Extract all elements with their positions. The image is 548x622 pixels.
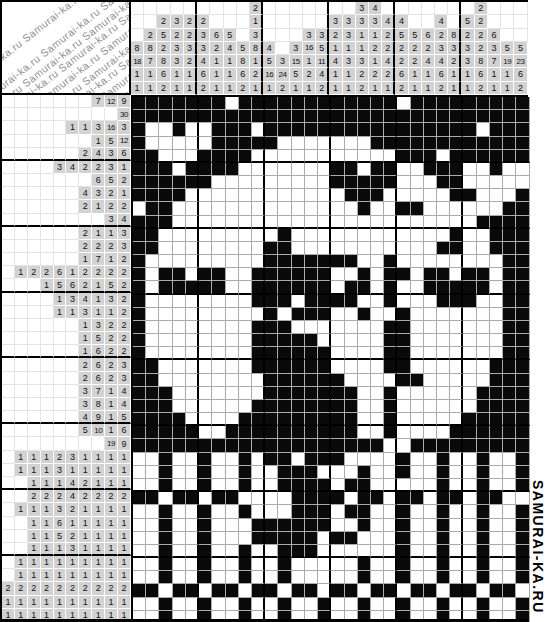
grid-cell-empty[interactable] [331, 308, 344, 321]
grid-cell-empty[interactable] [397, 97, 410, 110]
grid-cell-filled[interactable] [516, 439, 529, 452]
grid-cell-empty[interactable] [226, 413, 239, 426]
grid-cell-empty[interactable] [503, 189, 516, 202]
grid-cell-empty[interactable] [305, 176, 318, 189]
grid-cell-filled[interactable] [146, 374, 159, 387]
grid-cell-filled[interactable] [358, 519, 371, 532]
grid-cell-filled[interactable] [133, 97, 146, 110]
grid-cell-empty[interactable] [186, 453, 199, 466]
grid-cell-empty[interactable] [345, 202, 358, 215]
grid-cell-filled[interactable] [212, 281, 225, 294]
grid-cell-empty[interactable] [384, 374, 397, 387]
grid-cell-filled[interactable] [265, 295, 278, 308]
grid-cell-filled[interactable] [173, 413, 186, 426]
grid-cell-empty[interactable] [239, 308, 252, 321]
grid-cell-filled[interactable] [503, 281, 516, 294]
grid-cell-filled[interactable] [133, 374, 146, 387]
grid-cell-filled[interactable] [397, 110, 410, 123]
grid-cell-empty[interactable] [397, 295, 410, 308]
grid-cell-filled[interactable] [463, 189, 476, 202]
grid-cell-empty[interactable] [146, 334, 159, 347]
grid-cell-filled[interactable] [411, 150, 424, 163]
grid-cell-filled[interactable] [424, 163, 437, 176]
grid-cell-filled[interactable] [252, 519, 265, 532]
grid-cell-filled[interactable] [278, 479, 291, 492]
grid-cell-empty[interactable] [450, 216, 463, 229]
grid-cell-empty[interactable] [424, 387, 437, 400]
grid-cell-filled[interactable] [503, 387, 516, 400]
grid-cell-filled[interactable] [384, 255, 397, 268]
grid-cell-filled[interactable] [437, 123, 450, 136]
grid-cell-empty[interactable] [199, 360, 212, 373]
grid-cell-filled[interactable] [516, 255, 529, 268]
grid-cell-empty[interactable] [463, 163, 476, 176]
grid-cell-empty[interactable] [463, 479, 476, 492]
grid-cell-empty[interactable] [411, 466, 424, 479]
grid-cell-empty[interactable] [173, 150, 186, 163]
grid-cell-empty[interactable] [437, 387, 450, 400]
grid-cell-filled[interactable] [331, 374, 344, 387]
grid-cell-empty[interactable] [477, 347, 490, 360]
grid-cell-filled[interactable] [133, 150, 146, 163]
grid-cell-empty[interactable] [384, 479, 397, 492]
grid-cell-empty[interactable] [424, 545, 437, 558]
grid-cell-empty[interactable] [146, 295, 159, 308]
grid-cell-filled[interactable] [424, 110, 437, 123]
grid-cell-filled[interactable] [437, 176, 450, 189]
grid-cell-filled[interactable] [331, 426, 344, 439]
grid-cell-filled[interactable] [159, 216, 172, 229]
grid-cell-empty[interactable] [159, 360, 172, 373]
grid-cell-filled[interactable] [226, 426, 239, 439]
grid-cell-empty[interactable] [371, 479, 384, 492]
grid-cell-filled[interactable] [463, 295, 476, 308]
grid-cell-empty[interactable] [305, 137, 318, 150]
grid-cell-filled[interactable] [477, 268, 490, 281]
grid-cell-filled[interactable] [516, 413, 529, 426]
grid-cell-filled[interactable] [437, 466, 450, 479]
grid-cell-filled[interactable] [292, 308, 305, 321]
grid-cell-empty[interactable] [159, 334, 172, 347]
grid-cell-empty[interactable] [146, 281, 159, 294]
grid-cell-empty[interactable] [186, 295, 199, 308]
grid-cell-filled[interactable] [199, 150, 212, 163]
grid-cell-empty[interactable] [265, 202, 278, 215]
grid-cell-filled[interactable] [278, 598, 291, 611]
grid-cell-empty[interactable] [437, 413, 450, 426]
grid-cell-filled[interactable] [397, 347, 410, 360]
grid-cell-filled[interactable] [516, 571, 529, 584]
grid-cell-empty[interactable] [226, 479, 239, 492]
grid-cell-filled[interactable] [239, 110, 252, 123]
grid-cell-filled[interactable] [358, 123, 371, 136]
grid-cell-empty[interactable] [239, 163, 252, 176]
grid-cell-empty[interactable] [490, 466, 503, 479]
grid-cell-empty[interactable] [411, 295, 424, 308]
grid-cell-empty[interactable] [186, 242, 199, 255]
grid-cell-empty[interactable] [212, 598, 225, 611]
grid-cell-filled[interactable] [199, 268, 212, 281]
grid-cell-filled[interactable] [133, 295, 146, 308]
grid-cell-empty[interactable] [477, 374, 490, 387]
grid-cell-filled[interactable] [265, 532, 278, 545]
grid-cell-filled[interactable] [159, 439, 172, 452]
grid-cell-filled[interactable] [199, 558, 212, 571]
grid-cell-empty[interactable] [146, 479, 159, 492]
grid-cell-filled[interactable] [318, 295, 331, 308]
grid-cell-empty[interactable] [371, 558, 384, 571]
grid-cell-filled[interactable] [516, 347, 529, 360]
grid-cell-filled[interactable] [252, 321, 265, 334]
grid-cell-filled[interactable] [159, 545, 172, 558]
grid-cell-filled[interactable] [384, 360, 397, 373]
grid-cell-filled[interactable] [463, 413, 476, 426]
grid-cell-filled[interactable] [278, 268, 291, 281]
grid-cell-filled[interactable] [159, 189, 172, 202]
grid-cell-filled[interactable] [490, 387, 503, 400]
grid-cell-empty[interactable] [450, 532, 463, 545]
grid-cell-empty[interactable] [305, 202, 318, 215]
grid-cell-filled[interactable] [292, 268, 305, 281]
grid-cell-filled[interactable] [503, 347, 516, 360]
grid-cell-empty[interactable] [463, 229, 476, 242]
grid-cell-empty[interactable] [411, 426, 424, 439]
grid-cell-empty[interactable] [212, 413, 225, 426]
grid-cell-empty[interactable] [358, 360, 371, 373]
grid-cell-empty[interactable] [292, 295, 305, 308]
grid-cell-empty[interactable] [424, 347, 437, 360]
grid-cell-empty[interactable] [397, 242, 410, 255]
grid-cell-filled[interactable] [305, 532, 318, 545]
grid-cell-filled[interactable] [133, 334, 146, 347]
grid-cell-empty[interactable] [358, 532, 371, 545]
grid-cell-empty[interactable] [199, 308, 212, 321]
grid-cell-empty[interactable] [239, 334, 252, 347]
grid-cell-filled[interactable] [239, 505, 252, 518]
grid-cell-empty[interactable] [173, 334, 186, 347]
grid-cell-empty[interactable] [463, 571, 476, 584]
grid-cell-empty[interactable] [186, 360, 199, 373]
grid-cell-empty[interactable] [146, 308, 159, 321]
grid-cell-empty[interactable] [477, 295, 490, 308]
grid-cell-filled[interactable] [424, 123, 437, 136]
grid-cell-filled[interactable] [186, 97, 199, 110]
grid-cell-empty[interactable] [252, 387, 265, 400]
grid-cell-empty[interactable] [331, 281, 344, 294]
grid-cell-empty[interactable] [265, 545, 278, 558]
grid-cell-empty[interactable] [252, 479, 265, 492]
grid-cell-empty[interactable] [226, 242, 239, 255]
grid-cell-empty[interactable] [265, 558, 278, 571]
grid-cell-empty[interactable] [424, 558, 437, 571]
grid-cell-filled[interactable] [397, 571, 410, 584]
grid-cell-filled[interactable] [503, 400, 516, 413]
grid-cell-filled[interactable] [265, 584, 278, 597]
grid-cell-empty[interactable] [186, 137, 199, 150]
grid-cell-filled[interactable] [278, 360, 291, 373]
grid-cell-empty[interactable] [358, 347, 371, 360]
grid-cell-empty[interactable] [371, 400, 384, 413]
grid-cell-filled[interactable] [318, 123, 331, 136]
grid-cell-empty[interactable] [371, 426, 384, 439]
grid-cell-filled[interactable] [503, 137, 516, 150]
grid-cell-empty[interactable] [252, 176, 265, 189]
grid-cell-filled[interactable] [358, 505, 371, 518]
grid-cell-empty[interactable] [212, 202, 225, 215]
grid-cell-filled[interactable] [516, 137, 529, 150]
grid-cell-empty[interactable] [397, 255, 410, 268]
grid-cell-filled[interactable] [331, 176, 344, 189]
grid-cell-filled[interactable] [490, 584, 503, 597]
grid-cell-filled[interactable] [226, 584, 239, 597]
grid-cell-empty[interactable] [450, 598, 463, 611]
grid-cell-filled[interactable] [450, 295, 463, 308]
grid-cell-filled[interactable] [212, 268, 225, 281]
grid-cell-empty[interactable] [146, 505, 159, 518]
grid-cell-empty[interactable] [226, 558, 239, 571]
grid-cell-filled[interactable] [503, 150, 516, 163]
grid-cell-filled[interactable] [239, 466, 252, 479]
grid-cell-filled[interactable] [437, 479, 450, 492]
grid-cell-filled[interactable] [318, 439, 331, 452]
grid-cell-filled[interactable] [265, 400, 278, 413]
grid-cell-filled[interactable] [305, 255, 318, 268]
grid-cell-empty[interactable] [331, 189, 344, 202]
grid-cell-filled[interactable] [318, 347, 331, 360]
grid-cell-filled[interactable] [331, 532, 344, 545]
grid-cell-empty[interactable] [411, 268, 424, 281]
grid-cell-empty[interactable] [186, 532, 199, 545]
grid-cell-filled[interactable] [199, 532, 212, 545]
grid-cell-empty[interactable] [331, 519, 344, 532]
grid-cell-filled[interactable] [318, 519, 331, 532]
grid-cell-empty[interactable] [516, 163, 529, 176]
grid-cell-empty[interactable] [239, 532, 252, 545]
grid-cell-empty[interactable] [265, 466, 278, 479]
grid-cell-empty[interactable] [278, 584, 291, 597]
grid-cell-empty[interactable] [318, 163, 331, 176]
grid-cell-empty[interactable] [463, 255, 476, 268]
grid-cell-empty[interactable] [186, 150, 199, 163]
grid-cell-empty[interactable] [252, 229, 265, 242]
grid-cell-empty[interactable] [397, 163, 410, 176]
grid-cell-filled[interactable] [305, 466, 318, 479]
grid-cell-filled[interactable] [503, 202, 516, 215]
grid-cell-empty[interactable] [199, 229, 212, 242]
grid-cell-filled[interactable] [437, 453, 450, 466]
grid-cell-empty[interactable] [292, 229, 305, 242]
grid-cell-empty[interactable] [199, 255, 212, 268]
grid-cell-empty[interactable] [490, 532, 503, 545]
grid-cell-filled[interactable] [305, 308, 318, 321]
grid-cell-filled[interactable] [397, 268, 410, 281]
grid-cell-empty[interactable] [437, 426, 450, 439]
grid-cell-filled[interactable] [397, 137, 410, 150]
grid-cell-filled[interactable] [371, 163, 384, 176]
grid-cell-filled[interactable] [450, 176, 463, 189]
grid-cell-filled[interactable] [159, 413, 172, 426]
grid-cell-empty[interactable] [411, 387, 424, 400]
grid-cell-empty[interactable] [252, 163, 265, 176]
grid-cell-empty[interactable] [424, 571, 437, 584]
grid-cell-empty[interactable] [397, 216, 410, 229]
grid-cell-empty[interactable] [212, 505, 225, 518]
grid-cell-filled[interactable] [252, 97, 265, 110]
grid-cell-filled[interactable] [252, 584, 265, 597]
grid-cell-empty[interactable] [173, 308, 186, 321]
grid-cell-empty[interactable] [199, 137, 212, 150]
grid-cell-empty[interactable] [186, 400, 199, 413]
grid-cell-empty[interactable] [371, 268, 384, 281]
grid-cell-empty[interactable] [212, 189, 225, 202]
grid-cell-filled[interactable] [278, 110, 291, 123]
grid-cell-empty[interactable] [450, 571, 463, 584]
grid-cell-filled[interactable] [292, 123, 305, 136]
grid-cell-empty[interactable] [318, 202, 331, 215]
grid-cell-filled[interactable] [318, 426, 331, 439]
grid-cell-filled[interactable] [331, 492, 344, 505]
grid-cell-filled[interactable] [292, 97, 305, 110]
grid-cell-empty[interactable] [450, 321, 463, 334]
grid-cell-empty[interactable] [226, 176, 239, 189]
grid-cell-filled[interactable] [477, 571, 490, 584]
grid-cell-filled[interactable] [331, 123, 344, 136]
grid-cell-empty[interactable] [331, 334, 344, 347]
grid-cell-empty[interactable] [490, 571, 503, 584]
grid-cell-empty[interactable] [239, 400, 252, 413]
grid-cell-empty[interactable] [305, 558, 318, 571]
grid-cell-filled[interactable] [159, 176, 172, 189]
grid-cell-filled[interactable] [318, 598, 331, 611]
grid-cell-filled[interactable] [133, 137, 146, 150]
grid-cell-empty[interactable] [345, 347, 358, 360]
grid-cell-empty[interactable] [186, 347, 199, 360]
grid-cell-filled[interactable] [239, 426, 252, 439]
grid-cell-filled[interactable] [173, 281, 186, 294]
grid-cell-empty[interactable] [212, 229, 225, 242]
grid-cell-empty[interactable] [450, 545, 463, 558]
grid-cell-filled[interactable] [173, 123, 186, 136]
grid-cell-empty[interactable] [437, 150, 450, 163]
grid-cell-filled[interactable] [331, 584, 344, 597]
grid-cell-empty[interactable] [411, 242, 424, 255]
grid-cell-filled[interactable] [463, 439, 476, 452]
grid-cell-empty[interactable] [503, 453, 516, 466]
grid-cell-empty[interactable] [490, 176, 503, 189]
grid-cell-filled[interactable] [186, 492, 199, 505]
grid-cell-empty[interactable] [226, 453, 239, 466]
grid-cell-empty[interactable] [331, 360, 344, 373]
grid-cell-empty[interactable] [345, 242, 358, 255]
grid-cell-empty[interactable] [212, 255, 225, 268]
grid-cell-empty[interactable] [226, 532, 239, 545]
grid-cell-empty[interactable] [239, 189, 252, 202]
grid-cell-filled[interactable] [278, 321, 291, 334]
grid-cell-empty[interactable] [358, 255, 371, 268]
grid-cell-empty[interactable] [146, 571, 159, 584]
grid-cell-empty[interactable] [437, 400, 450, 413]
grid-cell-filled[interactable] [278, 334, 291, 347]
grid-cell-empty[interactable] [226, 545, 239, 558]
grid-cell-filled[interactable] [450, 110, 463, 123]
grid-cell-filled[interactable] [278, 519, 291, 532]
grid-cell-empty[interactable] [331, 229, 344, 242]
grid-cell-empty[interactable] [212, 426, 225, 439]
grid-cell-filled[interactable] [146, 400, 159, 413]
grid-cell-empty[interactable] [331, 571, 344, 584]
grid-cell-filled[interactable] [490, 426, 503, 439]
grid-cell-filled[interactable] [437, 268, 450, 281]
grid-cell-filled[interactable] [265, 110, 278, 123]
grid-cell-filled[interactable] [239, 545, 252, 558]
grid-cell-filled[interactable] [477, 387, 490, 400]
grid-cell-empty[interactable] [239, 281, 252, 294]
grid-cell-empty[interactable] [292, 202, 305, 215]
grid-cell-empty[interactable] [411, 453, 424, 466]
grid-cell-filled[interactable] [384, 123, 397, 136]
grid-cell-filled[interactable] [516, 453, 529, 466]
grid-cell-filled[interactable] [516, 505, 529, 518]
grid-cell-empty[interactable] [345, 334, 358, 347]
grid-cell-empty[interactable] [411, 255, 424, 268]
grid-cell-empty[interactable] [173, 387, 186, 400]
grid-cell-empty[interactable] [345, 150, 358, 163]
grid-cell-filled[interactable] [318, 268, 331, 281]
grid-cell-filled[interactable] [516, 545, 529, 558]
grid-cell-filled[interactable] [133, 229, 146, 242]
grid-cell-empty[interactable] [424, 242, 437, 255]
grid-cell-empty[interactable] [305, 229, 318, 242]
grid-cell-empty[interactable] [450, 334, 463, 347]
grid-cell-empty[interactable] [490, 268, 503, 281]
grid-cell-empty[interactable] [397, 281, 410, 294]
grid-cell-filled[interactable] [384, 413, 397, 426]
grid-cell-empty[interactable] [186, 189, 199, 202]
grid-cell-empty[interactable] [212, 453, 225, 466]
grid-cell-filled[interactable] [278, 374, 291, 387]
grid-cell-filled[interactable] [199, 545, 212, 558]
grid-cell-empty[interactable] [318, 571, 331, 584]
grid-cell-filled[interactable] [384, 400, 397, 413]
grid-cell-empty[interactable] [252, 123, 265, 136]
grid-cell-filled[interactable] [252, 347, 265, 360]
grid-cell-filled[interactable] [318, 308, 331, 321]
grid-cell-filled[interactable] [358, 598, 371, 611]
grid-cell-filled[interactable] [345, 163, 358, 176]
grid-cell-empty[interactable] [503, 532, 516, 545]
grid-cell-filled[interactable] [397, 308, 410, 321]
grid-cell-filled[interactable] [252, 532, 265, 545]
grid-cell-empty[interactable] [252, 150, 265, 163]
grid-cell-filled[interactable] [331, 97, 344, 110]
grid-cell-filled[interactable] [331, 400, 344, 413]
grid-cell-empty[interactable] [226, 466, 239, 479]
grid-cell-empty[interactable] [345, 229, 358, 242]
grid-cell-filled[interactable] [516, 387, 529, 400]
grid-cell-empty[interactable] [411, 216, 424, 229]
grid-cell-empty[interactable] [199, 202, 212, 215]
grid-cell-filled[interactable] [437, 137, 450, 150]
grid-cell-empty[interactable] [463, 176, 476, 189]
grid-cell-empty[interactable] [278, 505, 291, 518]
grid-cell-filled[interactable] [371, 492, 384, 505]
grid-cell-empty[interactable] [252, 571, 265, 584]
grid-cell-empty[interactable] [345, 571, 358, 584]
grid-cell-empty[interactable] [331, 347, 344, 360]
grid-cell-empty[interactable] [239, 321, 252, 334]
grid-cell-empty[interactable] [490, 519, 503, 532]
grid-cell-empty[interactable] [212, 374, 225, 387]
